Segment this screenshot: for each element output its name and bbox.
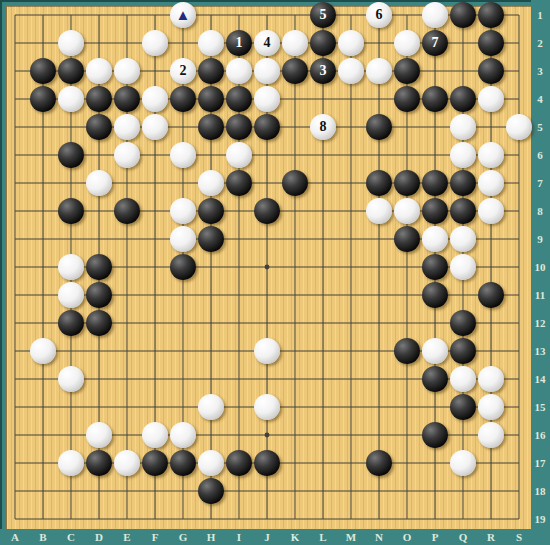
stone-white[interactable]	[114, 114, 140, 140]
stone-black[interactable]	[366, 450, 392, 476]
row-label: 14	[535, 373, 546, 385]
move-number-label: 1	[236, 36, 243, 50]
stone-white[interactable]	[170, 198, 196, 224]
go-board-app: ▲56147238 ABCDEFGHIJKLMNOPQRS12345678910…	[0, 0, 550, 545]
stone-black[interactable]	[198, 86, 224, 112]
column-label: G	[179, 531, 188, 543]
stone-black[interactable]	[422, 170, 448, 196]
stone-white[interactable]	[58, 30, 84, 56]
stone-black[interactable]	[198, 226, 224, 252]
stone-white[interactable]	[254, 338, 280, 364]
stone-white[interactable]	[226, 58, 252, 84]
stone-white[interactable]	[30, 338, 56, 364]
column-label: J	[264, 531, 270, 543]
stone-white[interactable]	[422, 226, 448, 252]
stone-white[interactable]	[254, 58, 280, 84]
stone-black[interactable]: 5	[310, 2, 336, 28]
row-label: 7	[537, 177, 543, 189]
row-label: 5	[537, 121, 543, 133]
stone-black[interactable]	[86, 310, 112, 336]
move-number-label: 7	[432, 36, 439, 50]
stone-black[interactable]	[478, 2, 504, 28]
stone-white[interactable]	[338, 30, 364, 56]
stone-black[interactable]	[422, 254, 448, 280]
stone-black[interactable]	[450, 394, 476, 420]
stone-white[interactable]	[142, 30, 168, 56]
row-label: 8	[537, 205, 543, 217]
stone-black[interactable]	[422, 282, 448, 308]
stone-white[interactable]: 2	[170, 58, 196, 84]
stone-black[interactable]	[254, 114, 280, 140]
row-label: 18	[535, 485, 546, 497]
stone-white[interactable]	[366, 198, 392, 224]
stone-white[interactable]	[198, 450, 224, 476]
stone-black[interactable]	[198, 478, 224, 504]
move-number-label: 8	[320, 120, 327, 134]
column-label: Q	[459, 531, 468, 543]
triangle-mark-icon: ▲	[176, 7, 191, 22]
stone-white[interactable]	[114, 450, 140, 476]
stone-white[interactable]	[58, 366, 84, 392]
stone-black[interactable]	[86, 254, 112, 280]
stone-white[interactable]	[142, 114, 168, 140]
stone-black[interactable]	[394, 86, 420, 112]
move-number-label: 5	[320, 8, 327, 22]
column-label: D	[95, 531, 103, 543]
row-label: 2	[537, 37, 543, 49]
stone-white[interactable]	[142, 422, 168, 448]
column-label: B	[39, 531, 46, 543]
stone-black[interactable]	[478, 58, 504, 84]
column-label: S	[516, 531, 522, 543]
row-label: 16	[535, 429, 546, 441]
move-number-label: 6	[376, 8, 383, 22]
stone-white[interactable]: 4	[254, 30, 280, 56]
stone-black[interactable]	[114, 86, 140, 112]
column-label: N	[375, 531, 383, 543]
column-label: E	[123, 531, 130, 543]
move-number-label: 3	[320, 64, 327, 78]
stone-white[interactable]	[478, 86, 504, 112]
column-label: M	[346, 531, 356, 543]
row-label: 13	[535, 345, 546, 357]
stone-black[interactable]	[30, 58, 56, 84]
stone-white[interactable]	[198, 30, 224, 56]
stone-black[interactable]	[310, 30, 336, 56]
row-label: 10	[535, 261, 546, 273]
row-label: 17	[535, 457, 546, 469]
stone-layer: ▲56147238	[0, 0, 550, 545]
stone-black[interactable]	[170, 450, 196, 476]
stone-black[interactable]	[394, 226, 420, 252]
stone-black[interactable]	[86, 86, 112, 112]
stone-black[interactable]	[198, 58, 224, 84]
stone-white[interactable]	[478, 422, 504, 448]
stone-black[interactable]	[86, 114, 112, 140]
stone-black[interactable]	[58, 310, 84, 336]
stone-white[interactable]	[86, 170, 112, 196]
stone-white[interactable]	[422, 338, 448, 364]
column-label: L	[319, 531, 326, 543]
stone-white[interactable]	[450, 226, 476, 252]
stone-black[interactable]	[198, 198, 224, 224]
stone-white[interactable]	[58, 254, 84, 280]
stone-white[interactable]	[338, 58, 364, 84]
stone-black[interactable]	[114, 198, 140, 224]
stone-black[interactable]: 3	[310, 58, 336, 84]
stone-white[interactable]	[450, 254, 476, 280]
column-label: A	[11, 531, 19, 543]
row-label: 19	[535, 513, 546, 525]
row-label: 6	[537, 149, 543, 161]
stone-black[interactable]	[450, 2, 476, 28]
stone-white[interactable]	[58, 282, 84, 308]
stone-white[interactable]	[86, 58, 112, 84]
column-label: P	[432, 531, 439, 543]
stone-white[interactable]	[170, 422, 196, 448]
stone-black[interactable]	[226, 450, 252, 476]
stone-black[interactable]	[282, 58, 308, 84]
stone-black[interactable]	[58, 142, 84, 168]
stone-black[interactable]	[422, 198, 448, 224]
stone-white[interactable]	[254, 394, 280, 420]
stone-white[interactable]	[394, 30, 420, 56]
stone-black[interactable]	[170, 86, 196, 112]
stone-white[interactable]	[422, 2, 448, 28]
stone-black[interactable]	[282, 170, 308, 196]
stone-black[interactable]	[254, 198, 280, 224]
stone-black[interactable]	[450, 86, 476, 112]
column-label: C	[67, 531, 75, 543]
stone-black[interactable]	[226, 170, 252, 196]
stone-black[interactable]	[450, 170, 476, 196]
stone-white[interactable]	[450, 142, 476, 168]
stone-white[interactable]	[142, 86, 168, 112]
stone-white[interactable]	[170, 142, 196, 168]
move-number-label: 4	[264, 36, 271, 50]
stone-white[interactable]	[198, 170, 224, 196]
stone-white[interactable]	[58, 86, 84, 112]
stone-black[interactable]	[394, 338, 420, 364]
stone-black[interactable]	[450, 198, 476, 224]
column-label: K	[291, 531, 300, 543]
stone-white[interactable]	[394, 198, 420, 224]
stone-black[interactable]	[366, 170, 392, 196]
row-label: 11	[535, 289, 545, 301]
row-label: 12	[535, 317, 546, 329]
stone-white[interactable]	[58, 450, 84, 476]
stone-black[interactable]	[226, 86, 252, 112]
stone-black[interactable]	[254, 450, 280, 476]
stone-black[interactable]: 7	[422, 30, 448, 56]
stone-black[interactable]	[30, 86, 56, 112]
row-label: 15	[535, 401, 546, 413]
stone-white[interactable]	[478, 142, 504, 168]
row-label: 1	[537, 9, 543, 21]
stone-black[interactable]	[478, 282, 504, 308]
row-label: 4	[537, 93, 543, 105]
stone-black[interactable]	[142, 450, 168, 476]
stone-white[interactable]: 6	[366, 2, 392, 28]
stone-black[interactable]	[478, 30, 504, 56]
stone-black[interactable]	[170, 254, 196, 280]
stone-black[interactable]	[86, 450, 112, 476]
stone-white[interactable]	[366, 58, 392, 84]
column-label: R	[487, 531, 495, 543]
stone-black[interactable]: 1	[226, 30, 252, 56]
stone-white[interactable]	[506, 114, 532, 140]
stone-white[interactable]	[450, 450, 476, 476]
stone-white[interactable]	[478, 366, 504, 392]
stone-white[interactable]	[450, 114, 476, 140]
move-number-label: 2	[180, 64, 187, 78]
row-label: 3	[537, 65, 543, 77]
stone-white[interactable]	[478, 394, 504, 420]
stone-black[interactable]	[86, 282, 112, 308]
stone-black[interactable]	[450, 338, 476, 364]
stone-black[interactable]	[58, 198, 84, 224]
stone-white[interactable]	[170, 226, 196, 252]
stone-black[interactable]	[394, 170, 420, 196]
stone-white[interactable]	[226, 142, 252, 168]
stone-white[interactable]	[254, 86, 280, 112]
stone-black[interactable]	[422, 86, 448, 112]
stone-black[interactable]	[198, 114, 224, 140]
stone-white[interactable]	[282, 30, 308, 56]
stone-black[interactable]	[58, 58, 84, 84]
stone-white[interactable]: ▲	[170, 2, 196, 28]
stone-white[interactable]	[114, 58, 140, 84]
stone-white[interactable]: 8	[310, 114, 336, 140]
stone-white[interactable]	[478, 198, 504, 224]
stone-black[interactable]	[226, 114, 252, 140]
stone-black[interactable]	[422, 366, 448, 392]
stone-white[interactable]	[450, 366, 476, 392]
column-label: O	[403, 531, 412, 543]
stone-black[interactable]	[366, 114, 392, 140]
stone-black[interactable]	[422, 422, 448, 448]
stone-white[interactable]	[86, 422, 112, 448]
stone-black[interactable]	[394, 58, 420, 84]
stone-black[interactable]	[450, 310, 476, 336]
stone-white[interactable]	[198, 394, 224, 420]
stone-white[interactable]	[114, 142, 140, 168]
column-label: H	[207, 531, 216, 543]
column-label: I	[237, 531, 241, 543]
stone-white[interactable]	[478, 170, 504, 196]
column-label: F	[152, 531, 159, 543]
row-label: 9	[537, 233, 543, 245]
